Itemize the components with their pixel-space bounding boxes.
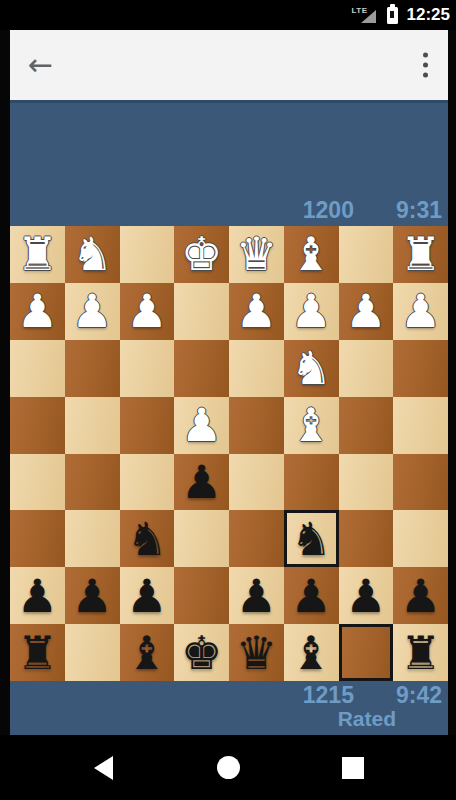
square-b3[interactable]: [339, 340, 394, 397]
nav-back-button[interactable]: [89, 754, 117, 782]
square-e4[interactable]: ♟: [174, 397, 229, 454]
square-c5[interactable]: [284, 454, 339, 511]
white-knight[interactable]: ♞: [291, 345, 332, 391]
square-d3[interactable]: [229, 340, 284, 397]
signal-triangle-icon: [361, 10, 376, 23]
overflow-menu-button[interactable]: [417, 47, 434, 84]
square-a8[interactable]: ♜: [393, 624, 448, 681]
square-d4[interactable]: [229, 397, 284, 454]
black-pawn[interactable]: ♟: [236, 573, 277, 619]
square-h6[interactable]: [10, 510, 65, 567]
square-c2[interactable]: ♟: [284, 283, 339, 340]
white-pawn[interactable]: ♟: [72, 288, 113, 334]
rated-badge: Rated: [338, 707, 396, 731]
white-bishop[interactable]: ♝: [291, 402, 332, 448]
square-g4[interactable]: [65, 397, 120, 454]
square-e8[interactable]: ♚: [174, 624, 229, 681]
square-a6[interactable]: [393, 510, 448, 567]
phone-screen: LTE 12:25 ← 1200 9:31 ♜♞♚♛♝♜♟♟♟♟♟♟♟♞♟♝♟♞…: [0, 0, 456, 800]
navigation-bar: [0, 735, 456, 800]
square-f6[interactable]: ♞: [120, 510, 175, 567]
square-d7[interactable]: ♟: [229, 567, 284, 624]
square-h5[interactable]: [10, 454, 65, 511]
chess-board[interactable]: ♜♞♚♛♝♜♟♟♟♟♟♟♟♞♟♝♟♞♞♟♟♟♟♟♟♟♜♝♚♛♝♜: [10, 226, 448, 681]
square-e3[interactable]: [174, 340, 229, 397]
black-pawn[interactable]: ♟: [291, 573, 332, 619]
square-d5[interactable]: [229, 454, 284, 511]
square-d6[interactable]: [229, 510, 284, 567]
black-knight[interactable]: ♞: [291, 516, 332, 562]
square-b2[interactable]: ♟: [339, 283, 394, 340]
white-pawn[interactable]: ♟: [181, 402, 222, 448]
white-rook[interactable]: ♜: [400, 231, 441, 277]
square-f7[interactable]: ♟: [120, 567, 175, 624]
top-player-rating: 1200: [303, 197, 354, 224]
bottom-player-clock: 9:42: [396, 682, 442, 709]
white-bishop[interactable]: ♝: [291, 231, 332, 277]
square-g2[interactable]: ♟: [65, 283, 120, 340]
square-a4[interactable]: [393, 397, 448, 454]
status-clock: 12:25: [407, 5, 450, 25]
square-f2[interactable]: ♟: [120, 283, 175, 340]
square-e2[interactable]: [174, 283, 229, 340]
white-king[interactable]: ♚: [181, 231, 222, 277]
top-player-clock: 9:31: [396, 197, 442, 224]
square-d1[interactable]: ♛: [229, 226, 284, 283]
black-pawn[interactable]: ♟: [72, 573, 113, 619]
black-pawn[interactable]: ♟: [400, 573, 441, 619]
square-h4[interactable]: [10, 397, 65, 454]
white-knight[interactable]: ♞: [72, 231, 113, 277]
square-a2[interactable]: ♟: [393, 283, 448, 340]
square-d2[interactable]: ♟: [229, 283, 284, 340]
black-pawn[interactable]: ♟: [17, 573, 58, 619]
square-f1[interactable]: [120, 226, 175, 283]
square-h1[interactable]: ♜: [10, 226, 65, 283]
lte-signal-icon: LTE: [352, 6, 378, 24]
square-c6[interactable]: ♞: [284, 510, 339, 567]
square-b6[interactable]: [339, 510, 394, 567]
white-pawn[interactable]: ♟: [236, 288, 277, 334]
black-bishop[interactable]: ♝: [126, 630, 167, 676]
black-rook[interactable]: ♜: [17, 630, 58, 676]
bottom-player-panel: 1215 9:42 Rated: [10, 681, 448, 735]
white-pawn[interactable]: ♟: [291, 288, 332, 334]
back-button[interactable]: ←: [28, 50, 53, 80]
square-e1[interactable]: ♚: [174, 226, 229, 283]
black-bishop[interactable]: ♝: [291, 630, 332, 676]
black-pawn[interactable]: ♟: [181, 459, 222, 505]
black-queen[interactable]: ♛: [236, 630, 277, 676]
square-h3[interactable]: [10, 340, 65, 397]
square-a1[interactable]: ♜: [393, 226, 448, 283]
square-h2[interactable]: ♟: [10, 283, 65, 340]
square-f4[interactable]: [120, 397, 175, 454]
square-e7[interactable]: [174, 567, 229, 624]
black-pawn[interactable]: ♟: [126, 573, 167, 619]
square-b5[interactable]: [339, 454, 394, 511]
square-g3[interactable]: [65, 340, 120, 397]
square-a5[interactable]: [393, 454, 448, 511]
app-screen: ← 1200 9:31 ♜♞♚♛♝♜♟♟♟♟♟♟♟♞♟♝♟♞♞♟♟♟♟♟♟♟♜♝…: [10, 30, 448, 735]
battery-icon: [387, 7, 398, 24]
square-g7[interactable]: ♟: [65, 567, 120, 624]
square-g5[interactable]: [65, 454, 120, 511]
square-d8[interactable]: ♛: [229, 624, 284, 681]
top-player-panel: 1200 9:31: [10, 100, 448, 226]
square-b7[interactable]: ♟: [339, 567, 394, 624]
back-triangle-icon: [94, 756, 113, 780]
square-h8[interactable]: ♜: [10, 624, 65, 681]
black-knight[interactable]: ♞: [126, 516, 167, 562]
toolbar: ←: [10, 30, 448, 100]
white-rook[interactable]: ♜: [17, 231, 58, 277]
square-c1[interactable]: ♝: [284, 226, 339, 283]
square-c4[interactable]: ♝: [284, 397, 339, 454]
square-b1[interactable]: [339, 226, 394, 283]
status-bar: LTE 12:25: [0, 0, 456, 30]
bottom-player-rating: 1215: [303, 682, 354, 709]
black-rook[interactable]: ♜: [400, 630, 441, 676]
square-a3[interactable]: [393, 340, 448, 397]
square-f5[interactable]: [120, 454, 175, 511]
square-a7[interactable]: ♟: [393, 567, 448, 624]
white-pawn[interactable]: ♟: [126, 288, 167, 334]
nav-home-button[interactable]: [214, 754, 242, 782]
square-b8[interactable]: [339, 624, 394, 681]
square-b4[interactable]: [339, 397, 394, 454]
square-g1[interactable]: ♞: [65, 226, 120, 283]
square-h7[interactable]: ♟: [10, 567, 65, 624]
square-g6[interactable]: [65, 510, 120, 567]
home-circle-icon: [217, 756, 240, 779]
square-c3[interactable]: ♞: [284, 340, 339, 397]
white-queen[interactable]: ♛: [236, 231, 277, 277]
black-pawn[interactable]: ♟: [345, 573, 386, 619]
recents-square-icon: [342, 757, 364, 779]
square-g8[interactable]: [65, 624, 120, 681]
square-f3[interactable]: [120, 340, 175, 397]
square-e6[interactable]: [174, 510, 229, 567]
square-c7[interactable]: ♟: [284, 567, 339, 624]
white-pawn[interactable]: ♟: [17, 288, 58, 334]
nav-recents-button[interactable]: [339, 754, 367, 782]
square-c8[interactable]: ♝: [284, 624, 339, 681]
white-pawn[interactable]: ♟: [400, 288, 441, 334]
square-f8[interactable]: ♝: [120, 624, 175, 681]
black-king[interactable]: ♚: [181, 630, 222, 676]
white-pawn[interactable]: ♟: [345, 288, 386, 334]
square-e5[interactable]: ♟: [174, 454, 229, 511]
